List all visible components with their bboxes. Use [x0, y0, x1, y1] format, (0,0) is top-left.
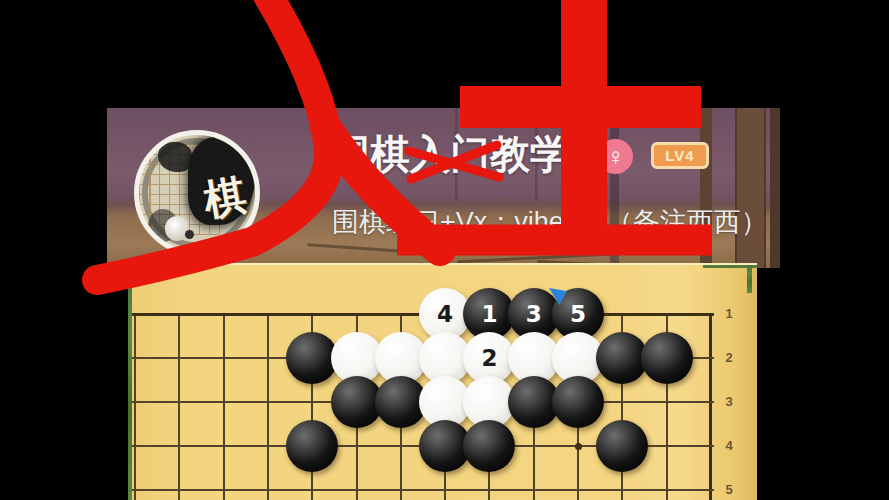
move-number: 3	[526, 301, 542, 327]
female-gender-icon: ♀	[598, 139, 633, 174]
channel-subtitle: 围棋练习+Vx：yihe 5（备注西西）	[332, 204, 768, 240]
level-badge: LV4	[651, 142, 709, 169]
wall-post	[700, 108, 712, 268]
grid-vertical-line	[267, 313, 269, 500]
grid-vertical-line	[178, 313, 180, 500]
row-coordinate-label: 1	[716, 305, 742, 323]
grid-vertical-line	[134, 313, 136, 500]
move-number: 4	[437, 301, 453, 327]
star-point	[575, 443, 582, 450]
go-stone-black	[596, 420, 648, 472]
wall-post	[770, 108, 780, 268]
board-edge-strip-left	[128, 265, 132, 500]
channel-avatar[interactable]: 棋	[134, 130, 260, 256]
go-board[interactable]: 1234541352	[128, 263, 757, 500]
go-stone-black	[552, 376, 604, 428]
floor-stroke	[307, 243, 447, 256]
row-coordinate-label: 3	[716, 393, 742, 411]
grid-horizontal-line	[128, 489, 714, 491]
row-coordinate-label: 2	[716, 349, 742, 367]
row-coordinate-label: 4	[716, 437, 742, 455]
move-number: 1	[481, 301, 497, 327]
move-number: 2	[481, 345, 497, 371]
go-stone-black	[286, 420, 338, 472]
avatar-character: 棋	[199, 167, 250, 229]
wall-post	[610, 108, 619, 268]
thumbnail-canvas: 棋 围棋入门教学 围棋练习+Vx：yihe 5（备注西西） ♀ LV4 1234…	[0, 0, 889, 500]
female-symbol: ♀	[607, 143, 625, 171]
go-stone-black	[641, 332, 693, 384]
avatar-ink-dot	[185, 230, 194, 239]
grid-vertical-line	[709, 313, 712, 500]
grid-vertical-line	[223, 313, 225, 500]
row-coordinate-label: 5	[716, 481, 742, 499]
wall-post	[735, 108, 766, 268]
move-number: 5	[570, 301, 586, 327]
go-stone-black	[463, 420, 515, 472]
level-badge-label: LV4	[665, 147, 694, 164]
board-edge-notch	[747, 265, 752, 293]
channel-title: 围棋入门教学	[330, 127, 570, 182]
